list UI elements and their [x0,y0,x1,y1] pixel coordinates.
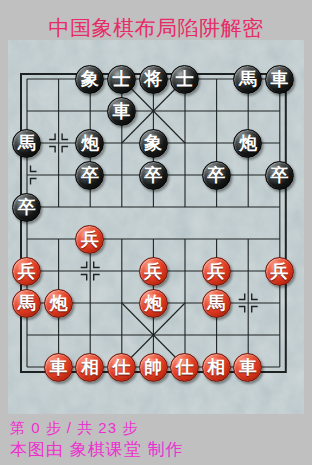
page-title: 中国象棋布局陷阱解密 [0,14,312,42]
piece-glyph: 炮 [81,134,99,152]
piece-glyph: 炮 [144,294,162,312]
piece-glyph: 卒 [207,166,225,184]
piece-red-advisor[interactable]: 仕 [170,353,199,382]
piece-glyph: 兵 [18,262,36,280]
piece-black-horse[interactable]: 馬 [12,129,41,158]
piece-black-advisor[interactable]: 士 [107,65,136,94]
piece-black-king[interactable]: 将 [139,65,168,94]
piece-red-cannon[interactable]: 炮 [139,289,168,318]
piece-black-elephant[interactable]: 象 [75,65,104,94]
piece-glyph: 卒 [271,166,289,184]
piece-black-elephant[interactable]: 象 [139,129,168,158]
credit-line: 本图由 象棋课堂 制作 [10,438,183,461]
piece-black-soldier[interactable]: 卒 [12,193,41,222]
piece-red-elephant[interactable]: 相 [202,353,231,382]
piece-glyph: 卒 [18,198,36,216]
piece-glyph: 兵 [81,230,99,248]
piece-black-soldier[interactable]: 卒 [202,161,231,190]
piece-red-soldier[interactable]: 兵 [12,257,41,286]
piece-red-horse[interactable]: 馬 [202,289,231,318]
piece-black-soldier[interactable]: 卒 [265,161,294,190]
piece-red-advisor[interactable]: 仕 [107,353,136,382]
piece-glyph: 兵 [271,262,289,280]
piece-red-rook[interactable]: 車 [44,353,73,382]
piece-glyph: 象 [144,134,162,152]
piece-glyph: 車 [49,358,67,376]
piece-glyph: 馬 [239,70,257,88]
piece-red-cannon[interactable]: 炮 [44,289,73,318]
piece-glyph: 士 [176,70,194,88]
piece-black-cannon[interactable]: 炮 [233,129,262,158]
piece-red-soldier[interactable]: 兵 [75,225,104,254]
piece-red-rook[interactable]: 車 [233,353,262,382]
step-counter: 第 0 步 / 共 23 步 [10,419,138,438]
piece-glyph: 馬 [207,294,225,312]
piece-glyph: 車 [113,102,131,120]
piece-black-advisor[interactable]: 士 [170,65,199,94]
piece-layer: 象士将士馬車車馬炮象炮卒卒卒卒卒兵兵兵兵兵馬炮炮馬車相仕帥仕相車 [11,63,295,383]
piece-red-soldier[interactable]: 兵 [202,257,231,286]
piece-black-soldier[interactable]: 卒 [75,161,104,190]
piece-glyph: 車 [271,70,289,88]
piece-black-soldier[interactable]: 卒 [139,161,168,190]
piece-red-king[interactable]: 帥 [139,353,168,382]
piece-glyph: 兵 [144,262,162,280]
piece-glyph: 帥 [144,358,162,376]
piece-red-soldier[interactable]: 兵 [265,257,294,286]
piece-black-rook[interactable]: 車 [107,97,136,126]
xiangqi-board[interactable]: 象士将士馬車車馬炮象炮卒卒卒卒卒兵兵兵兵兵馬炮炮馬車相仕帥仕相車 [8,40,304,414]
piece-glyph: 相 [81,358,99,376]
piece-glyph: 炮 [49,294,67,312]
piece-glyph: 仕 [176,358,194,376]
piece-glyph: 仕 [113,358,131,376]
piece-red-soldier[interactable]: 兵 [139,257,168,286]
piece-glyph: 士 [113,70,131,88]
piece-black-cannon[interactable]: 炮 [75,129,104,158]
piece-red-horse[interactable]: 馬 [12,289,41,318]
piece-glyph: 将 [144,70,162,88]
piece-glyph: 馬 [18,294,36,312]
piece-black-rook[interactable]: 車 [265,65,294,94]
piece-glyph: 兵 [207,262,225,280]
piece-glyph: 馬 [18,134,36,152]
piece-red-elephant[interactable]: 相 [75,353,104,382]
piece-glyph: 卒 [144,166,162,184]
piece-glyph: 炮 [239,134,257,152]
piece-glyph: 車 [239,358,257,376]
piece-glyph: 象 [81,70,99,88]
piece-glyph: 卒 [81,166,99,184]
piece-glyph: 相 [207,358,225,376]
piece-black-horse[interactable]: 馬 [233,65,262,94]
